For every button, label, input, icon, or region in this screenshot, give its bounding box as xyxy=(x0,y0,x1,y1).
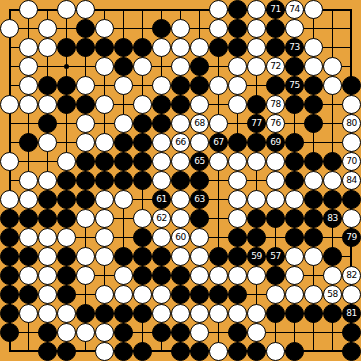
stone-white[interactable] xyxy=(342,95,361,114)
stone-white[interactable] xyxy=(247,304,266,323)
stone-black[interactable] xyxy=(133,152,152,171)
intersection-L6[interactable] xyxy=(190,247,209,266)
intersection-F8[interactable] xyxy=(95,209,114,228)
stone-black[interactable] xyxy=(0,285,19,304)
intersection-T10[interactable]: 84 xyxy=(342,171,361,190)
stone-black[interactable] xyxy=(228,19,247,38)
stone-black[interactable] xyxy=(114,57,133,76)
intersection-O2[interactable] xyxy=(247,323,266,342)
stone-white[interactable] xyxy=(38,95,57,114)
intersection-T12[interactable] xyxy=(342,133,361,152)
intersection-C8[interactable] xyxy=(38,209,57,228)
intersection-N6[interactable] xyxy=(228,247,247,266)
intersection-M6[interactable] xyxy=(209,247,228,266)
intersection-E19[interactable] xyxy=(76,0,95,19)
stone-black[interactable] xyxy=(0,304,19,323)
intersection-A10[interactable] xyxy=(0,171,19,190)
stone-black[interactable] xyxy=(285,228,304,247)
intersection-S9[interactable] xyxy=(323,190,342,209)
intersection-C6[interactable] xyxy=(38,247,57,266)
stone-white[interactable] xyxy=(228,152,247,171)
intersection-M5[interactable] xyxy=(209,266,228,285)
stone-white[interactable] xyxy=(57,323,76,342)
intersection-D9[interactable] xyxy=(57,190,76,209)
intersection-T2[interactable] xyxy=(342,323,361,342)
stone-white[interactable] xyxy=(19,95,38,114)
intersection-N4[interactable] xyxy=(228,285,247,304)
intersection-T4[interactable] xyxy=(342,285,361,304)
stone-black[interactable] xyxy=(228,133,247,152)
stone-white[interactable] xyxy=(209,152,228,171)
intersection-B18[interactable] xyxy=(19,19,38,38)
intersection-M1[interactable] xyxy=(209,342,228,361)
intersection-O4[interactable] xyxy=(247,285,266,304)
intersection-C14[interactable] xyxy=(38,95,57,114)
stone-black[interactable] xyxy=(171,342,190,361)
intersection-A16[interactable] xyxy=(0,57,19,76)
intersection-J9[interactable]: 61 xyxy=(152,190,171,209)
intersection-E18[interactable] xyxy=(76,19,95,38)
stone-black[interactable] xyxy=(152,323,171,342)
intersection-O12[interactable] xyxy=(247,133,266,152)
intersection-R4[interactable] xyxy=(304,285,323,304)
intersection-R18[interactable] xyxy=(304,19,323,38)
intersection-M18[interactable] xyxy=(209,19,228,38)
stone-white[interactable] xyxy=(209,76,228,95)
intersection-J2[interactable] xyxy=(152,323,171,342)
stone-black[interactable] xyxy=(228,38,247,57)
intersection-P14[interactable]: 78 xyxy=(266,95,285,114)
stone-black[interactable] xyxy=(76,38,95,57)
intersection-A13[interactable] xyxy=(0,114,19,133)
intersection-F2[interactable] xyxy=(95,323,114,342)
intersection-P12[interactable]: 69 xyxy=(266,133,285,152)
intersection-P10[interactable] xyxy=(266,171,285,190)
intersection-S13[interactable] xyxy=(323,114,342,133)
stone-black[interactable] xyxy=(266,38,285,57)
intersection-G15[interactable] xyxy=(114,76,133,95)
stone-black[interactable] xyxy=(247,228,266,247)
intersection-P15[interactable] xyxy=(266,76,285,95)
intersection-G1[interactable] xyxy=(114,342,133,361)
stone-white[interactable] xyxy=(38,133,57,152)
stone-white[interactable] xyxy=(114,114,133,133)
stone-white[interactable] xyxy=(95,190,114,209)
stone-white[interactable] xyxy=(247,152,266,171)
intersection-P8[interactable] xyxy=(266,209,285,228)
stone-white[interactable] xyxy=(190,304,209,323)
intersection-N5[interactable] xyxy=(228,266,247,285)
intersection-O8[interactable] xyxy=(247,209,266,228)
stone-black[interactable] xyxy=(19,133,38,152)
intersection-H2[interactable] xyxy=(133,323,152,342)
intersection-N14[interactable] xyxy=(228,95,247,114)
intersection-H14[interactable] xyxy=(133,95,152,114)
intersection-O5[interactable] xyxy=(247,266,266,285)
stone-black[interactable] xyxy=(228,323,247,342)
intersection-O11[interactable] xyxy=(247,152,266,171)
intersection-D15[interactable] xyxy=(57,76,76,95)
intersection-C1[interactable] xyxy=(38,342,57,361)
intersection-T5[interactable]: 82 xyxy=(342,266,361,285)
stone-white[interactable] xyxy=(171,19,190,38)
stone-white[interactable] xyxy=(209,342,228,361)
stone-white[interactable] xyxy=(114,285,133,304)
stone-white[interactable] xyxy=(228,171,247,190)
intersection-O17[interactable] xyxy=(247,38,266,57)
intersection-O7[interactable] xyxy=(247,228,266,247)
intersection-M4[interactable] xyxy=(209,285,228,304)
intersection-G16[interactable] xyxy=(114,57,133,76)
intersection-F12[interactable] xyxy=(95,133,114,152)
intersection-K12[interactable]: 66 xyxy=(171,133,190,152)
intersection-D19[interactable] xyxy=(57,0,76,19)
stone-black[interactable] xyxy=(342,190,361,209)
stone-black[interactable] xyxy=(323,152,342,171)
intersection-E6[interactable] xyxy=(76,247,95,266)
intersection-Q16[interactable] xyxy=(285,57,304,76)
stone-white[interactable] xyxy=(95,228,114,247)
intersection-O16[interactable] xyxy=(247,57,266,76)
intersection-A2[interactable] xyxy=(0,323,19,342)
stone-white[interactable] xyxy=(209,19,228,38)
intersection-K11[interactable] xyxy=(171,152,190,171)
stone-white[interactable] xyxy=(228,304,247,323)
intersection-B19[interactable] xyxy=(19,0,38,19)
stone-white[interactable] xyxy=(247,266,266,285)
intersection-P2[interactable] xyxy=(266,323,285,342)
intersection-G7[interactable] xyxy=(114,228,133,247)
intersection-R6[interactable] xyxy=(304,247,323,266)
intersection-L7[interactable] xyxy=(190,228,209,247)
intersection-E3[interactable] xyxy=(76,304,95,323)
stone-white[interactable] xyxy=(76,266,95,285)
intersection-O15[interactable] xyxy=(247,76,266,95)
intersection-H9[interactable] xyxy=(133,190,152,209)
stone-white[interactable] xyxy=(95,285,114,304)
stone-white[interactable] xyxy=(57,0,76,19)
stone-white[interactable] xyxy=(57,152,76,171)
intersection-T8[interactable] xyxy=(342,209,361,228)
intersection-R8[interactable] xyxy=(304,209,323,228)
intersection-T17[interactable] xyxy=(342,38,361,57)
intersection-N10[interactable] xyxy=(228,171,247,190)
intersection-D6[interactable] xyxy=(57,247,76,266)
stone-black[interactable] xyxy=(285,171,304,190)
stone-white[interactable] xyxy=(95,95,114,114)
stone-white[interactable] xyxy=(171,247,190,266)
stone-black[interactable]: 77 xyxy=(247,114,266,133)
stone-black[interactable] xyxy=(190,209,209,228)
intersection-L10[interactable] xyxy=(190,171,209,190)
intersection-K8[interactable] xyxy=(171,209,190,228)
intersection-L4[interactable] xyxy=(190,285,209,304)
intersection-N12[interactable] xyxy=(228,133,247,152)
intersection-O10[interactable] xyxy=(247,171,266,190)
stone-white[interactable] xyxy=(19,266,38,285)
stone-black[interactable] xyxy=(171,323,190,342)
stone-white[interactable] xyxy=(304,247,323,266)
stone-black[interactable] xyxy=(95,171,114,190)
stone-black[interactable] xyxy=(266,304,285,323)
stone-black[interactable] xyxy=(114,133,133,152)
stone-black[interactable] xyxy=(228,247,247,266)
intersection-J1[interactable] xyxy=(152,342,171,361)
intersection-A17[interactable] xyxy=(0,38,19,57)
intersection-G12[interactable] xyxy=(114,133,133,152)
stone-black[interactable] xyxy=(133,114,152,133)
intersection-C18[interactable] xyxy=(38,19,57,38)
intersection-K14[interactable] xyxy=(171,95,190,114)
intersection-K9[interactable] xyxy=(171,190,190,209)
intersection-J10[interactable] xyxy=(152,171,171,190)
intersection-N15[interactable] xyxy=(228,76,247,95)
intersection-T3[interactable]: 81 xyxy=(342,304,361,323)
intersection-L12[interactable] xyxy=(190,133,209,152)
intersection-B2[interactable] xyxy=(19,323,38,342)
stone-white[interactable]: 62 xyxy=(152,209,171,228)
intersection-F5[interactable] xyxy=(95,266,114,285)
intersection-F1[interactable] xyxy=(95,342,114,361)
intersection-N17[interactable] xyxy=(228,38,247,57)
intersection-S8[interactable]: 83 xyxy=(323,209,342,228)
stone-black[interactable] xyxy=(152,266,171,285)
stone-black[interactable]: 81 xyxy=(342,304,361,323)
intersection-T11[interactable]: 70 xyxy=(342,152,361,171)
stone-white[interactable] xyxy=(133,95,152,114)
stone-black[interactable] xyxy=(171,171,190,190)
intersection-O6[interactable]: 59 xyxy=(247,247,266,266)
intersection-M17[interactable] xyxy=(209,38,228,57)
stone-black[interactable] xyxy=(57,95,76,114)
intersection-F19[interactable] xyxy=(95,0,114,19)
stone-white[interactable] xyxy=(304,57,323,76)
stone-black[interactable] xyxy=(19,285,38,304)
intersection-G5[interactable] xyxy=(114,266,133,285)
stone-white[interactable] xyxy=(19,38,38,57)
intersection-J12[interactable] xyxy=(152,133,171,152)
stone-black[interactable] xyxy=(76,171,95,190)
intersection-K16[interactable] xyxy=(171,57,190,76)
intersection-B7[interactable] xyxy=(19,228,38,247)
stone-white[interactable] xyxy=(285,19,304,38)
stone-black[interactable] xyxy=(285,209,304,228)
intersection-T13[interactable]: 80 xyxy=(342,114,361,133)
intersection-S17[interactable] xyxy=(323,38,342,57)
stone-white[interactable] xyxy=(38,304,57,323)
stone-black[interactable] xyxy=(266,76,285,95)
stone-white[interactable]: 68 xyxy=(190,114,209,133)
intersection-A18[interactable] xyxy=(0,19,19,38)
intersection-K7[interactable]: 60 xyxy=(171,228,190,247)
intersection-Q6[interactable] xyxy=(285,247,304,266)
stone-black[interactable] xyxy=(266,266,285,285)
intersection-P5[interactable] xyxy=(266,266,285,285)
intersection-E8[interactable] xyxy=(76,209,95,228)
stone-white[interactable] xyxy=(76,133,95,152)
stone-white[interactable] xyxy=(19,171,38,190)
stone-black[interactable]: 75 xyxy=(285,76,304,95)
stone-black[interactable]: 65 xyxy=(190,152,209,171)
intersection-H18[interactable] xyxy=(133,19,152,38)
stone-white[interactable] xyxy=(304,0,323,19)
intersection-B6[interactable] xyxy=(19,247,38,266)
stone-white[interactable] xyxy=(342,133,361,152)
intersection-A3[interactable] xyxy=(0,304,19,323)
stone-white[interactable] xyxy=(190,247,209,266)
stone-black[interactable] xyxy=(133,247,152,266)
stone-white[interactable] xyxy=(152,152,171,171)
intersection-J19[interactable] xyxy=(152,0,171,19)
stone-white[interactable] xyxy=(190,266,209,285)
stone-black[interactable] xyxy=(57,171,76,190)
intersection-Q19[interactable]: 74 xyxy=(285,0,304,19)
intersection-L18[interactable] xyxy=(190,19,209,38)
stone-white[interactable] xyxy=(171,38,190,57)
stone-black[interactable] xyxy=(114,323,133,342)
stone-black[interactable] xyxy=(95,152,114,171)
stone-black[interactable] xyxy=(285,133,304,152)
intersection-D8[interactable] xyxy=(57,209,76,228)
intersection-G9[interactable] xyxy=(114,190,133,209)
stone-white[interactable] xyxy=(228,190,247,209)
intersection-E1[interactable] xyxy=(76,342,95,361)
intersection-N1[interactable] xyxy=(228,342,247,361)
intersection-P9[interactable] xyxy=(266,190,285,209)
stone-black[interactable] xyxy=(133,133,152,152)
stone-black[interactable] xyxy=(152,95,171,114)
stone-black[interactable] xyxy=(57,285,76,304)
intersection-F3[interactable] xyxy=(95,304,114,323)
stone-black[interactable] xyxy=(190,285,209,304)
stone-black[interactable] xyxy=(209,285,228,304)
stone-black[interactable] xyxy=(228,285,247,304)
stone-black[interactable] xyxy=(342,76,361,95)
intersection-E4[interactable] xyxy=(76,285,95,304)
intersection-L11[interactable]: 65 xyxy=(190,152,209,171)
stone-black[interactable] xyxy=(304,304,323,323)
intersection-A12[interactable] xyxy=(0,133,19,152)
intersection-L1[interactable] xyxy=(190,342,209,361)
stone-black[interactable] xyxy=(0,266,19,285)
intersection-D18[interactable] xyxy=(57,19,76,38)
intersection-J13[interactable] xyxy=(152,114,171,133)
intersection-C7[interactable] xyxy=(38,228,57,247)
intersection-F13[interactable] xyxy=(95,114,114,133)
stone-black[interactable] xyxy=(285,95,304,114)
intersection-G6[interactable] xyxy=(114,247,133,266)
stone-white[interactable] xyxy=(95,323,114,342)
stone-white[interactable] xyxy=(19,76,38,95)
intersection-J15[interactable] xyxy=(152,76,171,95)
intersection-F4[interactable] xyxy=(95,285,114,304)
intersection-C16[interactable] xyxy=(38,57,57,76)
intersection-P6[interactable]: 57 xyxy=(266,247,285,266)
intersection-F7[interactable] xyxy=(95,228,114,247)
stone-black[interactable] xyxy=(38,190,57,209)
stone-black[interactable] xyxy=(190,57,209,76)
intersection-L13[interactable]: 68 xyxy=(190,114,209,133)
stone-white[interactable]: 78 xyxy=(266,95,285,114)
intersection-M8[interactable] xyxy=(209,209,228,228)
intersection-F10[interactable] xyxy=(95,171,114,190)
stone-black[interactable] xyxy=(114,304,133,323)
stone-black[interactable] xyxy=(247,209,266,228)
stone-black[interactable] xyxy=(342,323,361,342)
stone-white[interactable] xyxy=(342,209,361,228)
stone-white[interactable] xyxy=(228,57,247,76)
intersection-A15[interactable] xyxy=(0,76,19,95)
intersection-B16[interactable] xyxy=(19,57,38,76)
stone-white[interactable] xyxy=(285,285,304,304)
intersection-R14[interactable] xyxy=(304,95,323,114)
stone-black[interactable]: 83 xyxy=(323,209,342,228)
stone-white[interactable] xyxy=(38,285,57,304)
intersection-R10[interactable] xyxy=(304,171,323,190)
stone-white[interactable] xyxy=(171,114,190,133)
intersection-C12[interactable] xyxy=(38,133,57,152)
stone-white[interactable] xyxy=(95,133,114,152)
intersection-M13[interactable] xyxy=(209,114,228,133)
intersection-P16[interactable]: 72 xyxy=(266,57,285,76)
stone-white[interactable] xyxy=(133,285,152,304)
intersection-N16[interactable] xyxy=(228,57,247,76)
stone-black[interactable] xyxy=(247,95,266,114)
intersection-L9[interactable]: 63 xyxy=(190,190,209,209)
stone-black[interactable] xyxy=(133,342,152,361)
stone-white[interactable] xyxy=(190,38,209,57)
stone-white[interactable] xyxy=(152,304,171,323)
intersection-H1[interactable] xyxy=(133,342,152,361)
intersection-T7[interactable]: 79 xyxy=(342,228,361,247)
stone-white[interactable]: 80 xyxy=(342,114,361,133)
stone-white[interactable] xyxy=(247,57,266,76)
intersection-S7[interactable] xyxy=(323,228,342,247)
stone-white[interactable]: 66 xyxy=(171,133,190,152)
intersection-H6[interactable] xyxy=(133,247,152,266)
intersection-D11[interactable] xyxy=(57,152,76,171)
stone-black[interactable] xyxy=(95,38,114,57)
intersection-S15[interactable] xyxy=(323,76,342,95)
stone-white[interactable] xyxy=(152,76,171,95)
intersection-T9[interactable] xyxy=(342,190,361,209)
intersection-N7[interactable] xyxy=(228,228,247,247)
stone-white[interactable] xyxy=(171,209,190,228)
intersection-K17[interactable] xyxy=(171,38,190,57)
intersection-Q1[interactable] xyxy=(285,342,304,361)
intersection-R15[interactable] xyxy=(304,76,323,95)
intersection-J14[interactable] xyxy=(152,95,171,114)
intersection-O19[interactable] xyxy=(247,0,266,19)
intersection-H12[interactable] xyxy=(133,133,152,152)
stone-black[interactable]: 79 xyxy=(342,228,361,247)
intersection-G19[interactable] xyxy=(114,0,133,19)
intersection-L8[interactable] xyxy=(190,209,209,228)
stone-black[interactable] xyxy=(38,323,57,342)
intersection-Q5[interactable] xyxy=(285,266,304,285)
stone-white[interactable] xyxy=(266,171,285,190)
intersection-M12[interactable]: 67 xyxy=(209,133,228,152)
intersection-K3[interactable] xyxy=(171,304,190,323)
stone-white[interactable] xyxy=(152,228,171,247)
stone-black[interactable] xyxy=(114,152,133,171)
intersection-O13[interactable]: 77 xyxy=(247,114,266,133)
intersection-Q13[interactable] xyxy=(285,114,304,133)
stone-black[interactable] xyxy=(76,95,95,114)
stone-white[interactable] xyxy=(285,266,304,285)
intersection-K5[interactable] xyxy=(171,266,190,285)
intersection-T19[interactable] xyxy=(342,0,361,19)
